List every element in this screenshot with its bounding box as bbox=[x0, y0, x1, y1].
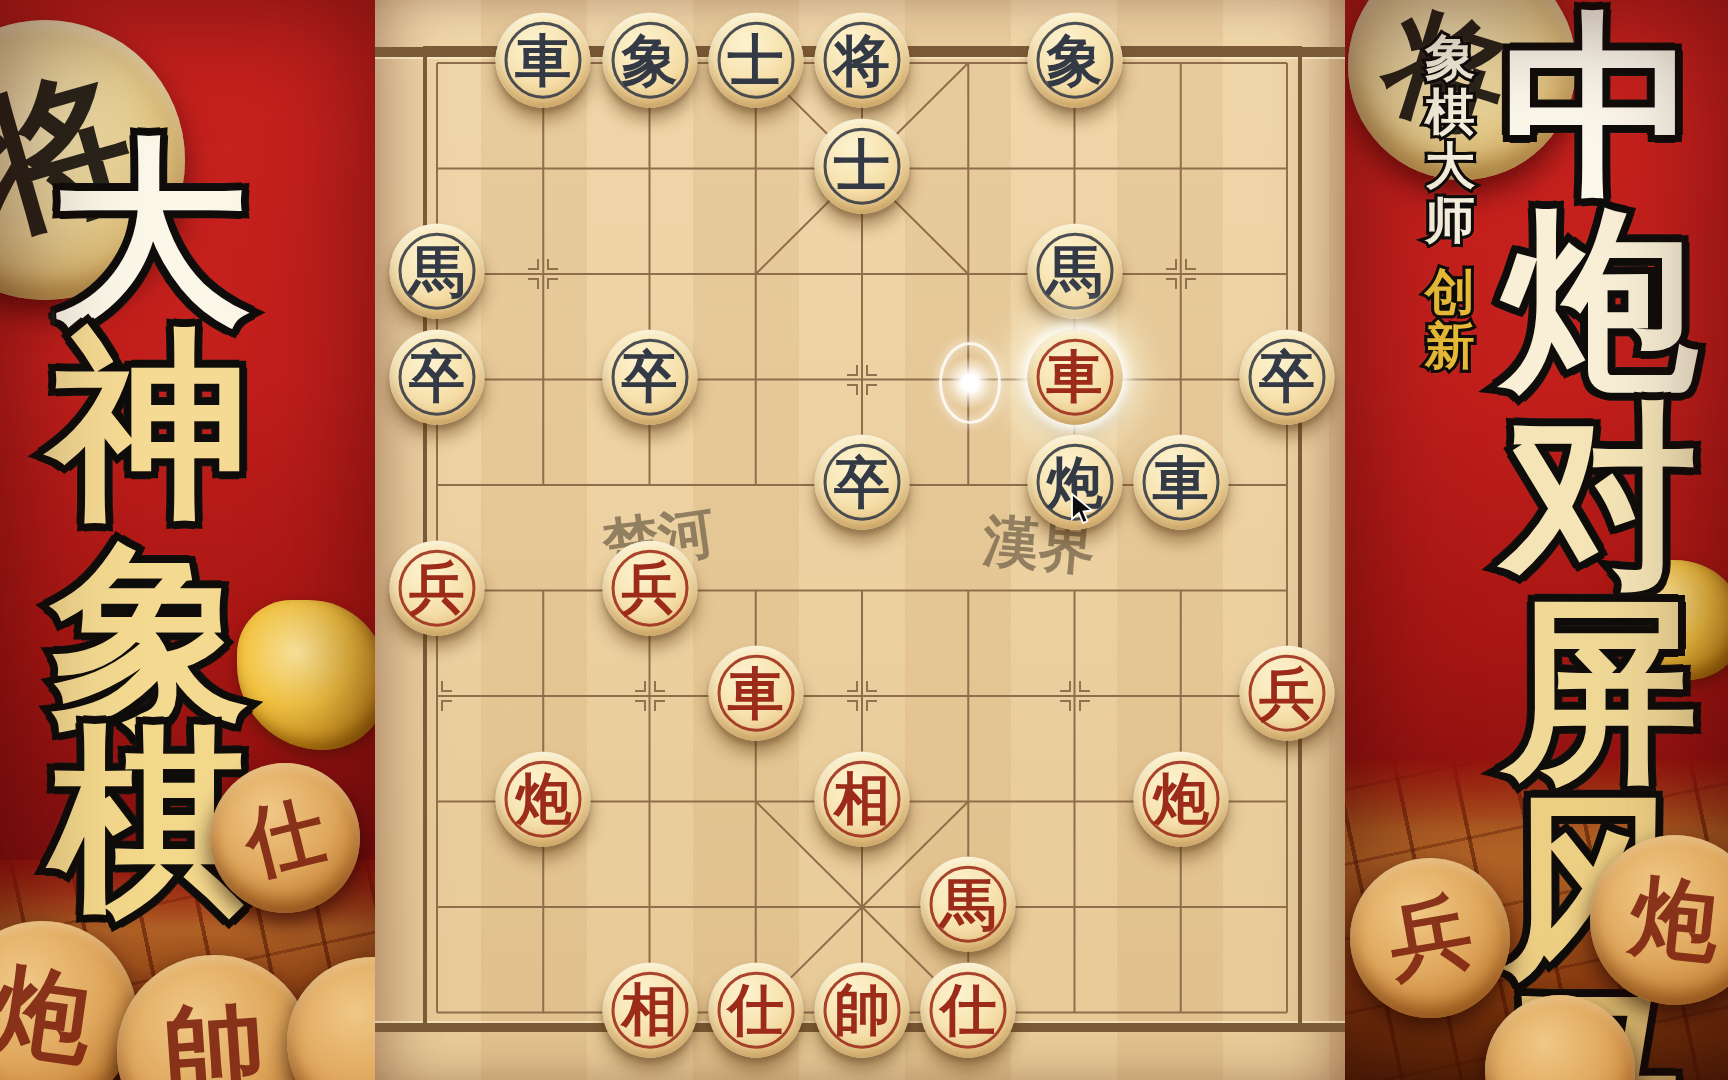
piece-glyph: 兵 bbox=[622, 559, 678, 615]
point-marker bbox=[1166, 259, 1196, 289]
piece-black-soldier[interactable]: 卒 bbox=[390, 329, 485, 424]
piece-glyph: 帥 bbox=[834, 981, 890, 1037]
title-char: 棋棋 bbox=[1425, 87, 1475, 137]
piece-black-chariot[interactable]: 車 bbox=[496, 13, 591, 108]
piece-red-elephant[interactable]: 相 bbox=[602, 962, 697, 1057]
title-char: 大大 bbox=[1425, 141, 1475, 191]
piece-red-advisor[interactable]: 仕 bbox=[708, 962, 803, 1057]
point-marker bbox=[847, 681, 877, 711]
piece-glyph: 車 bbox=[515, 31, 571, 87]
piece-black-general[interactable]: 将 bbox=[815, 13, 910, 108]
title-char: 对对 bbox=[1502, 397, 1698, 593]
point-marker bbox=[528, 259, 558, 289]
decor-piece-glyph: 仕 bbox=[238, 789, 333, 884]
left-banner-panel: 将 仕炮帥 大大神神象象棋棋 bbox=[0, 0, 375, 1080]
piece-red-advisor[interactable]: 仕 bbox=[921, 962, 1016, 1057]
decor-piece-glyph: 炮 bbox=[0, 958, 98, 1070]
piece-glyph: 卒 bbox=[409, 348, 465, 404]
piece-glyph: 車 bbox=[728, 664, 784, 720]
piece-red-cannon[interactable]: 炮 bbox=[1133, 751, 1228, 846]
piece-black-advisor[interactable]: 士 bbox=[815, 118, 910, 213]
piece-glyph: 炮 bbox=[1153, 770, 1209, 826]
piece-black-horse[interactable]: 馬 bbox=[390, 224, 485, 319]
title-char: 新新 bbox=[1425, 321, 1475, 371]
piece-black-soldier[interactable]: 卒 bbox=[602, 329, 697, 424]
point-marker bbox=[847, 365, 877, 395]
point-marker bbox=[1060, 681, 1090, 711]
piece-glyph: 兵 bbox=[1259, 664, 1315, 720]
piece-glyph: 将 bbox=[834, 31, 890, 87]
piece-glyph: 兵 bbox=[409, 559, 465, 615]
piece-glyph: 馬 bbox=[1047, 242, 1103, 298]
piece-red-chariot[interactable]: 車 bbox=[1027, 329, 1122, 424]
gold-ingot-photo bbox=[237, 600, 375, 750]
piece-glyph: 馬 bbox=[409, 242, 465, 298]
title-char: 象象 bbox=[1425, 33, 1475, 83]
piece-glyph: 卒 bbox=[1259, 348, 1315, 404]
piece-glyph: 相 bbox=[834, 770, 890, 826]
point-marker bbox=[635, 681, 665, 711]
piece-black-chariot[interactable]: 車 bbox=[1133, 435, 1228, 530]
title-char: 大大 bbox=[50, 133, 250, 333]
piece-black-elephant[interactable]: 象 bbox=[1027, 13, 1122, 108]
piece-red-horse[interactable]: 馬 bbox=[921, 857, 1016, 952]
piece-black-advisor[interactable]: 士 bbox=[708, 13, 803, 108]
point-marker bbox=[422, 681, 452, 711]
piece-glyph: 相 bbox=[622, 981, 678, 1037]
piece-glyph: 士 bbox=[728, 31, 784, 87]
piece-red-chariot[interactable]: 車 bbox=[708, 646, 803, 741]
title-char: 师师 bbox=[1425, 195, 1475, 245]
piece-glyph: 車 bbox=[1153, 453, 1209, 509]
piece-glyph: 馬 bbox=[940, 875, 996, 931]
right-banner-panel: 将 兵炮 象象棋棋大大师师创创新新 中中炮炮对对屏屏风风马马 bbox=[1345, 0, 1728, 1080]
title-char: 神神 bbox=[50, 324, 250, 524]
decor-piece-glyph: 炮 bbox=[1627, 870, 1724, 967]
move-highlight-glow bbox=[944, 357, 996, 409]
piece-red-soldier[interactable]: 兵 bbox=[602, 540, 697, 635]
piece-glyph: 卒 bbox=[834, 453, 890, 509]
piece-glyph: 士 bbox=[834, 137, 890, 193]
video-frame: 将 仕炮帥 大大神神象象棋棋 楚河 漢界 車象士将象士馬馬卒卒車卒卒炮車兵兵車兵… bbox=[0, 0, 1728, 1080]
piece-black-horse[interactable]: 馬 bbox=[1027, 224, 1122, 319]
piece-red-elephant[interactable]: 相 bbox=[815, 751, 910, 846]
piece-glyph: 車 bbox=[1047, 348, 1103, 404]
piece-glyph: 仕 bbox=[940, 981, 996, 1037]
piece-glyph: 象 bbox=[622, 31, 678, 87]
piece-glyph: 仕 bbox=[728, 981, 784, 1037]
title-char: 中中 bbox=[1502, 7, 1698, 203]
piece-black-elephant[interactable]: 象 bbox=[602, 13, 697, 108]
piece-glyph: 卒 bbox=[622, 348, 678, 404]
piece-black-soldier[interactable]: 卒 bbox=[815, 435, 910, 530]
piece-red-general[interactable]: 帥 bbox=[815, 962, 910, 1057]
title-char: 创创 bbox=[1425, 267, 1475, 317]
xiangqi-board[interactable]: 楚河 漢界 車象士将象士馬馬卒卒車卒卒炮車兵兵車兵炮相炮馬相仕帥仕 bbox=[375, 0, 1345, 1080]
decor-piece-glyph: 兵 bbox=[1382, 888, 1478, 984]
decor-piece-glyph: 帥 bbox=[160, 996, 268, 1080]
piece-black-soldier[interactable]: 卒 bbox=[1240, 329, 1335, 424]
piece-glyph: 炮 bbox=[515, 770, 571, 826]
decor-piece-photo: 兵 bbox=[1350, 858, 1510, 1018]
piece-glyph: 象 bbox=[1047, 31, 1103, 87]
title-char: 炮炮 bbox=[1502, 202, 1698, 398]
piece-red-soldier[interactable]: 兵 bbox=[390, 540, 485, 635]
piece-red-cannon[interactable]: 炮 bbox=[496, 751, 591, 846]
piece-red-soldier[interactable]: 兵 bbox=[1240, 646, 1335, 741]
title-char: 屏屏 bbox=[1502, 592, 1698, 788]
decor-piece-photo: 仕 bbox=[210, 763, 360, 913]
